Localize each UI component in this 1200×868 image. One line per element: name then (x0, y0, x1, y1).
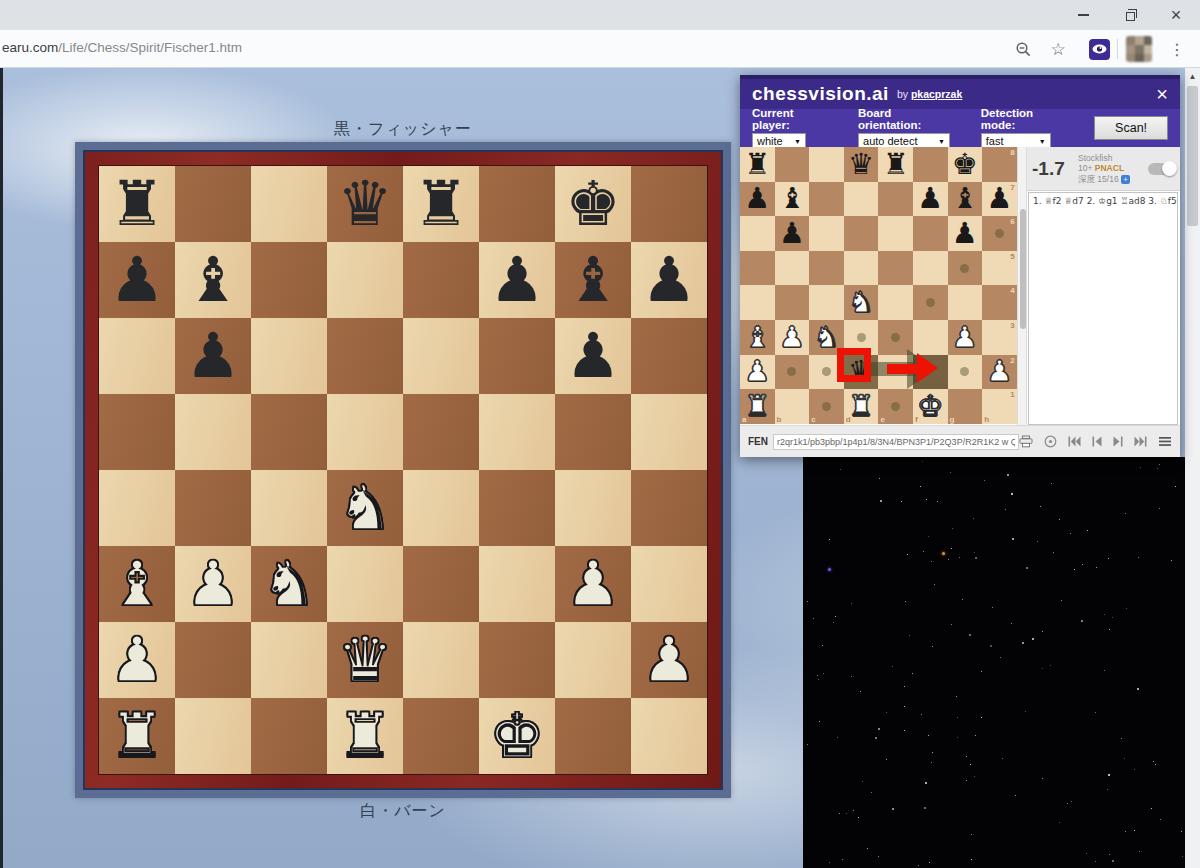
sq-h2[interactable]: 2♟ (982, 355, 1017, 390)
coord-file-h: h (984, 415, 989, 424)
sq-h5[interactable]: 5 (982, 251, 1017, 286)
star (1095, 861, 1096, 862)
sq-h4[interactable]: 4 (982, 285, 1017, 320)
engine-toggle[interactable] (1148, 163, 1175, 175)
sq-b4 (175, 470, 251, 546)
star (1134, 769, 1135, 770)
star (817, 675, 818, 676)
sq-c7[interactable] (809, 182, 844, 217)
star (892, 808, 894, 810)
sq-d6[interactable] (844, 216, 879, 251)
star (1126, 608, 1127, 609)
sq-h6[interactable]: 6 (982, 216, 1017, 251)
star (875, 737, 877, 739)
piece-bp-b6: ♟ (185, 325, 241, 387)
star (904, 686, 905, 687)
sq-h6 (631, 318, 707, 394)
piece-bp-f7: ♟ (917, 184, 943, 213)
sq-a7[interactable]: ♟ (740, 182, 775, 217)
sq-c8 (251, 166, 327, 242)
sq-g3[interactable]: ♟ (948, 320, 983, 355)
sq-a4[interactable] (740, 285, 775, 320)
star (905, 601, 906, 602)
minimize-button[interactable] (1061, 0, 1105, 30)
sq-b2 (175, 622, 251, 698)
star (1050, 665, 1051, 666)
sq-d5[interactable] (844, 251, 879, 286)
page-scrollbar[interactable]: ▲ (1185, 68, 1200, 868)
orientation-label: Board orientation: (858, 107, 955, 131)
star (1012, 538, 1014, 540)
piece-wn-d4: ♞ (848, 288, 874, 317)
bookmark-star-button[interactable]: ☆ (1045, 30, 1071, 68)
sq-g2[interactable] (948, 355, 983, 390)
panel-main: ♜♛♜♚8♟♝♟♝7♟♟♟65♞4♝♟♞♟3♟♛2♟a♜bcd♜ef♚g1h -… (740, 147, 1180, 425)
analysis-panel: -1.7 Stockfish 10+ PNACL 深度 15/16 + 1. ♕… (1027, 147, 1180, 425)
page-content: 黒・フィッシャー ♜♛♜♚♟♝♟♝♟♟♟♞♝♟♞♟♟♛♟♜♜♚ 白・バーン ▲ … (0, 68, 1200, 868)
sq-g5[interactable] (948, 251, 983, 286)
window-close-button[interactable]: × (1154, 0, 1198, 30)
star (835, 616, 836, 617)
star (819, 721, 820, 722)
profile-avatar[interactable] (1124, 30, 1154, 68)
legal-move-dot (995, 229, 1004, 238)
panel-scrollbar[interactable] (1017, 147, 1027, 425)
star (1074, 569, 1075, 570)
sq-g8[interactable]: ♚ (948, 147, 983, 182)
star (924, 807, 926, 809)
restore-icon (1126, 12, 1135, 21)
print-icon[interactable] (1019, 435, 1033, 448)
star (1022, 642, 1024, 644)
sq-f7: ♟ (479, 242, 555, 318)
piece-wp-h2: ♟ (986, 357, 1012, 386)
sq-d7 (327, 242, 403, 318)
piece-wp-a2: ♟ (109, 629, 165, 691)
star (822, 645, 823, 646)
step-forward-icon[interactable] (1113, 436, 1123, 447)
star (931, 561, 932, 562)
legal-move-dot (857, 333, 866, 342)
star (1134, 830, 1135, 831)
star (925, 782, 927, 784)
piece-bk-g8: ♚ (952, 150, 978, 179)
sq-b1[interactable]: b (775, 389, 810, 424)
sq-a6[interactable] (740, 216, 775, 251)
sq-f5[interactable] (913, 251, 948, 286)
star (904, 706, 905, 707)
star (878, 856, 879, 857)
star (932, 646, 933, 647)
star (901, 501, 902, 502)
star (1138, 557, 1139, 558)
legal-move-dot (891, 402, 900, 411)
sq-b8 (175, 166, 251, 242)
sq-h1 (631, 698, 707, 774)
piece-wk-f1: ♚ (917, 392, 943, 421)
sq-f3 (479, 546, 555, 622)
star (1015, 795, 1016, 796)
sq-d8[interactable]: ♛ (844, 147, 879, 182)
black-player-label: 黒・フィッシャー (75, 119, 731, 140)
piece-wr-a1: ♜ (109, 705, 165, 767)
star (1032, 638, 1034, 640)
sq-a4 (99, 470, 175, 546)
scan-button[interactable]: Scan! (1094, 116, 1168, 140)
engine-moves: 1. ♕f2 ♕d7 2. ♔g1 ♖ad8 3. ♘f5 ♕xf5 4. ♕x… (1028, 192, 1178, 425)
sq-a2[interactable]: ♟ (740, 355, 775, 390)
piece-wk-f1: ♚ (489, 705, 545, 767)
star (840, 469, 841, 470)
sq-b1 (175, 698, 251, 774)
sq-g4[interactable] (948, 285, 983, 320)
sq-d8: ♛ (327, 166, 403, 242)
sq-d3 (327, 546, 403, 622)
sq-e2 (403, 622, 479, 698)
sq-b3[interactable]: ♟ (775, 320, 810, 355)
star (1104, 614, 1105, 615)
star (1011, 623, 1012, 624)
chevron-down-icon: ▼ (786, 138, 801, 145)
sq-g1[interactable]: g (948, 389, 983, 424)
sq-c8[interactable] (809, 147, 844, 182)
star (923, 551, 924, 552)
star (971, 859, 972, 860)
sq-b3: ♟ (175, 546, 251, 622)
sq-h7: ♟ (631, 242, 707, 318)
magnifier-minus-icon (1015, 41, 1032, 58)
sq-b5 (175, 394, 251, 470)
sq-c5 (251, 394, 327, 470)
accent-star (942, 552, 945, 555)
star (932, 752, 933, 753)
panel-bottom-bar: FEN (740, 425, 1180, 457)
legal-move-dot (822, 367, 831, 376)
star (846, 813, 847, 814)
star (1051, 483, 1052, 484)
star (966, 756, 967, 757)
sq-f7[interactable]: ♟ (913, 182, 948, 217)
piece-wb-a3: ♝ (109, 553, 165, 615)
star (934, 584, 935, 585)
coord-rank-8: 8 (1010, 148, 1014, 157)
sq-e7[interactable] (878, 182, 913, 217)
piece-br-a8: ♜ (744, 150, 770, 179)
star (918, 865, 919, 866)
star (962, 599, 963, 600)
sq-a3[interactable]: ♝ (740, 320, 775, 355)
sq-h3 (631, 546, 707, 622)
sq-h8 (631, 166, 707, 242)
star (1125, 831, 1126, 832)
sq-e5[interactable] (878, 251, 913, 286)
sq-a3: ♝ (99, 546, 175, 622)
detection-group: Detection mode: fast▼ (981, 107, 1068, 149)
star (837, 737, 838, 738)
legal-move-dot (926, 298, 935, 307)
piece-br-a8: ♜ (109, 173, 165, 235)
piece-bp-b6: ♟ (779, 219, 805, 248)
sq-h7[interactable]: 7♟ (982, 182, 1017, 217)
legal-move-dot (960, 264, 969, 273)
sq-a1[interactable]: a♜ (740, 389, 775, 424)
star (1108, 774, 1110, 776)
disc-icon[interactable] (1044, 435, 1057, 448)
piece-bq-d8: ♛ (848, 150, 874, 179)
sq-f8[interactable] (913, 147, 948, 182)
scrollbar-thumb[interactable] (1187, 86, 1198, 226)
star (937, 501, 938, 502)
star (1153, 761, 1154, 762)
chessvision-extension-button[interactable] (1086, 30, 1112, 68)
piece-bk-g8: ♚ (565, 173, 621, 235)
star (813, 618, 814, 619)
sq-a2: ♟ (99, 622, 175, 698)
sq-c7 (251, 242, 327, 318)
sq-b6[interactable]: ♟ (775, 216, 810, 251)
star (974, 776, 975, 777)
sq-d7[interactable] (844, 182, 879, 217)
author-link[interactable]: pkacprzak (911, 88, 962, 100)
sq-c1[interactable]: c (809, 389, 844, 424)
sq-f6 (479, 318, 555, 394)
star (879, 478, 880, 479)
piece-bp-a7: ♟ (109, 249, 165, 311)
star (969, 634, 971, 636)
sq-c4 (251, 470, 327, 546)
star (1124, 758, 1125, 759)
star (971, 834, 972, 835)
sq-a5[interactable] (740, 251, 775, 286)
sq-d5 (327, 394, 403, 470)
sq-f5 (479, 394, 555, 470)
sq-e8: ♜ (403, 166, 479, 242)
plus-badge[interactable]: + (1121, 175, 1130, 184)
star (1042, 668, 1043, 669)
star (851, 603, 852, 604)
coord-file-b: b (777, 415, 782, 424)
browser-menu-button[interactable]: ⋮ (1164, 30, 1190, 68)
sq-d4[interactable]: ♞ (844, 285, 879, 320)
sq-h3[interactable]: 3 (982, 320, 1017, 355)
sq-f2 (479, 622, 555, 698)
star (829, 862, 830, 863)
zoom-out-button[interactable] (1010, 30, 1036, 68)
star (1071, 801, 1072, 802)
sq-h8[interactable]: 8 (982, 147, 1017, 182)
mini-chessboard[interactable]: ♜♛♜♚8♟♝♟♝7♟♟♟65♞4♝♟♞♟3♟♛2♟a♜bcd♜ef♚g1h (740, 147, 1017, 424)
sq-f6[interactable] (913, 216, 948, 251)
sq-g7: ♝ (555, 242, 631, 318)
sq-g3: ♟ (555, 546, 631, 622)
piece-wp-h2: ♟ (641, 629, 697, 691)
star (959, 557, 960, 558)
star (1109, 629, 1110, 630)
panel-header: chessvision.ai by pkacprzak × (740, 79, 1180, 109)
avatar-image (1126, 36, 1152, 62)
star (1125, 513, 1126, 514)
star (1107, 789, 1108, 790)
sq-b8[interactable] (775, 147, 810, 182)
star (952, 528, 953, 529)
coord-rank-3: 3 (1010, 321, 1014, 330)
sq-d4: ♞ (327, 470, 403, 546)
star (892, 666, 893, 667)
panel-close-button[interactable]: × (1156, 84, 1168, 104)
skip-to-end-icon[interactable] (1134, 436, 1147, 447)
chevron-down-icon: ▼ (930, 138, 945, 145)
sq-c4[interactable] (809, 285, 844, 320)
sq-a5 (99, 394, 175, 470)
star (1112, 860, 1114, 862)
star (904, 730, 905, 731)
piece-bp-a7: ♟ (744, 184, 770, 213)
piece-wp-g3: ♟ (565, 553, 621, 615)
detection-label: Detection mode: (981, 107, 1068, 131)
piece-bp-h7: ♟ (641, 249, 697, 311)
piece-wq-d2: ♛ (337, 629, 393, 691)
minimize-icon (1078, 14, 1089, 15)
panel-scrollbar-thumb[interactable] (1020, 209, 1026, 329)
sq-f8 (479, 166, 555, 242)
piece-wn-c3: ♞ (813, 323, 839, 352)
evaluation-box: -1.7 Stockfish 10+ PNACL 深度 15/16 + (1027, 147, 1180, 191)
address-bar[interactable]: earu.com/Life/Chess/Spirit/Fischer1.htm (2, 40, 242, 55)
sq-e4 (403, 470, 479, 546)
star (886, 712, 887, 713)
star (1053, 552, 1054, 553)
sq-c6[interactable] (809, 216, 844, 251)
sq-f4 (479, 470, 555, 546)
sq-d2: ♛ (327, 622, 403, 698)
sq-a8[interactable]: ♜ (740, 147, 775, 182)
evaluation-score: -1.7 (1032, 158, 1078, 180)
fen-input[interactable] (773, 434, 1019, 450)
sq-e1[interactable]: e (878, 389, 913, 424)
page-edge (0, 68, 3, 868)
main-board-border: ♜♛♜♚♟♝♟♝♟♟♟♞♝♟♞♟♟♛♟♜♜♚ (83, 150, 723, 790)
star (909, 635, 910, 636)
engine-line: 10+ PNACL (1078, 163, 1148, 174)
panel-action-icons (1019, 435, 1172, 448)
sq-g7[interactable]: ♝ (948, 182, 983, 217)
engine-name: Stockfish (1078, 153, 1148, 164)
star (1007, 474, 1009, 476)
sq-b6: ♟ (175, 318, 251, 394)
star (951, 624, 952, 625)
sq-c1 (251, 698, 327, 774)
star (823, 673, 824, 674)
sq-h5 (631, 394, 707, 470)
piece-wr-d1: ♜ (337, 705, 393, 767)
star (818, 679, 819, 680)
star (1070, 533, 1071, 534)
star (1096, 567, 1097, 568)
scrollbar-up-arrow[interactable]: ▲ (1185, 72, 1200, 81)
star (839, 813, 840, 814)
star (1037, 541, 1038, 542)
star (1082, 564, 1083, 565)
sq-g6: ♟ (555, 318, 631, 394)
chevron-down-icon: ▼ (1031, 138, 1046, 145)
star (981, 671, 982, 672)
annotation-arrow-head (917, 353, 938, 383)
star (829, 539, 830, 540)
sq-e6[interactable] (878, 216, 913, 251)
piece-wn-d4: ♞ (337, 477, 393, 539)
star (880, 500, 882, 502)
star (957, 717, 958, 718)
url-path: /Life/Chess/Spirit/Fischer1.htm (58, 40, 242, 55)
star (931, 762, 932, 763)
piece-br-e8: ♜ (413, 173, 469, 235)
sq-f1[interactable]: f♚ (913, 389, 948, 424)
star (951, 548, 952, 549)
coord-rank-1: 1 (1010, 390, 1014, 399)
menu-icon[interactable] (1158, 436, 1172, 447)
piece-br-e8: ♜ (883, 150, 909, 179)
star (1171, 560, 1172, 561)
star (922, 461, 923, 462)
legal-move-dot (787, 367, 796, 376)
byline: by pkacprzak (897, 88, 962, 100)
sq-e1 (403, 698, 479, 774)
sq-h1[interactable]: 1h (982, 389, 1017, 424)
orientation-group: Board orientation: auto detect▼ (858, 107, 955, 149)
sq-b4[interactable] (775, 285, 810, 320)
sq-b2[interactable] (775, 355, 810, 390)
sq-b7[interactable]: ♝ (775, 182, 810, 217)
coord-file-e: e (880, 415, 884, 424)
sq-e8[interactable]: ♜ (878, 147, 913, 182)
piece-bq-d8: ♛ (337, 173, 393, 235)
star (1139, 851, 1140, 852)
star (984, 480, 985, 481)
star (1182, 856, 1183, 857)
sq-g6[interactable]: ♟ (948, 216, 983, 251)
sq-g4 (555, 470, 631, 546)
sq-e4[interactable] (878, 285, 913, 320)
star (1159, 464, 1160, 465)
star (807, 744, 808, 745)
piece-bb-b7: ♝ (185, 249, 241, 311)
piece-wr-d1: ♜ (848, 392, 874, 421)
starfield-background (803, 457, 1185, 868)
piece-bb-b7: ♝ (779, 184, 805, 213)
star (1151, 808, 1152, 809)
star (912, 673, 913, 674)
star (975, 735, 976, 736)
sq-e7 (403, 242, 479, 318)
sq-d1[interactable]: d♜ (844, 389, 879, 424)
sq-b5[interactable] (775, 251, 810, 286)
star (921, 714, 922, 715)
piece-wr-a1: ♜ (744, 392, 770, 421)
chessvision-logo: chessvision.ai (752, 83, 889, 105)
piece-wb-a3: ♝ (744, 323, 770, 352)
star (807, 601, 808, 602)
step-back-icon[interactable] (1092, 436, 1102, 447)
sq-c5[interactable] (809, 251, 844, 286)
coord-rank-5: 5 (1010, 252, 1014, 261)
sq-f4[interactable] (913, 285, 948, 320)
star (929, 862, 930, 863)
piece-bp-f7: ♟ (489, 249, 545, 311)
star (956, 696, 957, 697)
star (1061, 600, 1062, 601)
skip-to-start-icon[interactable] (1068, 436, 1081, 447)
restore-button[interactable] (1108, 0, 1152, 30)
